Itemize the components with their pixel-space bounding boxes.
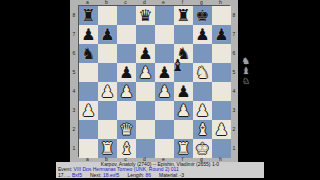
square-h4 — [212, 82, 231, 101]
rank-label-8: 8 — [231, 12, 237, 18]
black-pawn-h7: ♟ — [212, 25, 231, 44]
square-a2 — [79, 120, 98, 139]
square-g6 — [193, 44, 212, 63]
square-h2: ♟ — [212, 120, 231, 139]
black-pawn-d6: ♟ — [136, 44, 155, 63]
rank-labels-left: 87654321 — [71, 5, 77, 157]
captured-pieces-tray: ♞♝♘ — [240, 56, 252, 86]
event-label: Event: — [58, 167, 72, 172]
square-b7: ♟ — [98, 25, 117, 44]
captured-black-bishop-icon: ♝ — [242, 66, 250, 76]
square-b4: ♟ — [98, 82, 117, 101]
game-length: Length: 86 — [127, 173, 151, 178]
square-g8: ♚ — [193, 6, 212, 25]
white-rook-f1: ♜ — [174, 139, 193, 158]
white-pawn-h2: ♟ — [212, 120, 231, 139]
video-frame: abcdefgh 87654321 ♜♛♜♚♟♟♟♟♞♟♞♟♟♟♞♟♟♟♟♟♟♟… — [0, 0, 320, 180]
square-d6: ♟ — [136, 44, 155, 63]
event-value: VIII Dos Hermanas Torneo (UNK, Round 2) … — [74, 167, 179, 172]
white-queen-c2: ♛ — [117, 120, 136, 139]
white-pawn-c4: ♟ — [117, 82, 136, 101]
square-c4: ♟ — [117, 82, 136, 101]
square-h3 — [212, 101, 231, 120]
square-c6 — [117, 44, 136, 63]
square-e8 — [155, 6, 174, 25]
square-f2 — [174, 120, 193, 139]
square-f4: ♟ — [174, 82, 193, 101]
square-a6: ♞ — [79, 44, 98, 63]
rank-label-6: 6 — [231, 50, 237, 56]
rank-label-5: 5 — [71, 69, 77, 75]
rank-label-2: 2 — [71, 126, 77, 132]
square-h8 — [212, 6, 231, 25]
rank-label-4: 4 — [231, 88, 237, 94]
square-f7 — [174, 25, 193, 44]
black-pawn-b7: ♟ — [98, 25, 117, 44]
square-b5 — [98, 63, 117, 82]
rank-label-4: 4 — [71, 88, 77, 94]
square-g5: ♞ — [193, 63, 212, 82]
black-bishop-moving-e6xf5: ♝ — [168, 56, 187, 75]
square-f1: ♜ — [174, 139, 193, 158]
rank-label-1: 1 — [71, 145, 77, 151]
black-pawn-g7: ♟ — [193, 25, 212, 44]
square-e3 — [155, 101, 174, 120]
square-c5: ♟ — [117, 63, 136, 82]
rank-label-5: 5 — [231, 69, 237, 75]
white-pawn-f3: ♟ — [174, 101, 193, 120]
square-b3 — [98, 101, 117, 120]
square-a5 — [79, 63, 98, 82]
moves-line: 17. ... Bxf5 Next: 18.exf5 Length: 86 Ma… — [56, 173, 264, 178]
square-g4 — [193, 82, 212, 101]
square-d8: ♛ — [136, 6, 155, 25]
square-d2 — [136, 120, 155, 139]
white-knight-g5: ♞ — [193, 63, 212, 82]
square-a4 — [79, 82, 98, 101]
rank-label-8: 8 — [71, 12, 77, 18]
last-move: 17. ... Bxf5 — [58, 173, 82, 178]
rank-label-3: 3 — [231, 107, 237, 113]
white-bishop-g2: ♝ — [193, 120, 212, 139]
square-a8: ♜ — [79, 6, 98, 25]
square-b6 — [98, 44, 117, 63]
square-h7: ♟ — [212, 25, 231, 44]
white-pawn-g3: ♟ — [193, 101, 212, 120]
square-h5 — [212, 63, 231, 82]
rank-labels-right: 87654321 — [231, 5, 237, 157]
square-a7: ♟ — [79, 25, 98, 44]
square-c7 — [117, 25, 136, 44]
white-pawn-e4: ♟ — [155, 82, 174, 101]
square-e2 — [155, 120, 174, 139]
square-b2 — [98, 120, 117, 139]
black-pawn-a7: ♟ — [79, 25, 98, 44]
black-knight-a6: ♞ — [79, 44, 98, 63]
next-move: Next: 18.exf5 — [90, 173, 119, 178]
square-g7: ♟ — [193, 25, 212, 44]
rank-label-7: 7 — [71, 31, 77, 37]
rank-label-7: 7 — [231, 31, 237, 37]
square-f8: ♜ — [174, 6, 193, 25]
square-d4 — [136, 82, 155, 101]
black-queen-d8: ♛ — [136, 6, 155, 25]
square-d5: ♟ — [136, 63, 155, 82]
rank-label-1: 1 — [231, 145, 237, 151]
captured-white-knight-icon: ♘ — [242, 76, 250, 86]
white-pawn-d5: ♟ — [136, 63, 155, 82]
rank-label-2: 2 — [231, 126, 237, 132]
black-pawn-f4: ♟ — [174, 82, 193, 101]
square-c2: ♛ — [117, 120, 136, 139]
square-d7 — [136, 25, 155, 44]
material-balance: Material: -3 — [159, 173, 184, 178]
black-king-g8: ♚ — [193, 6, 212, 25]
square-d3 — [136, 101, 155, 120]
square-b8 — [98, 6, 117, 25]
square-a3: ♟ — [79, 101, 98, 120]
white-pawn-b4: ♟ — [98, 82, 117, 101]
white-pawn-a3: ♟ — [79, 101, 98, 120]
board-panel: abcdefgh 87654321 ♜♛♜♚♟♟♟♟♞♟♞♟♟♟♞♟♟♟♟♟♟♟… — [70, 0, 238, 162]
square-h6 — [212, 44, 231, 63]
square-g2: ♝ — [193, 120, 212, 139]
rank-label-3: 3 — [71, 107, 77, 113]
square-e4: ♟ — [155, 82, 174, 101]
chess-board: ♜♛♜♚♟♟♟♟♞♟♞♟♟♟♞♟♟♟♟♟♟♟♛♝♟♜♝♜♚♝ — [78, 5, 230, 157]
caption-panel: Karpov, Anatoly (2740) -- Epishin, Vladi… — [56, 162, 264, 178]
rank-label-6: 6 — [71, 50, 77, 56]
square-g3: ♟ — [193, 101, 212, 120]
square-c3 — [117, 101, 136, 120]
square-f3: ♟ — [174, 101, 193, 120]
black-pawn-c5: ♟ — [117, 63, 136, 82]
black-rook-a8: ♜ — [79, 6, 98, 25]
captured-black-knight-icon: ♞ — [242, 56, 250, 66]
square-e7 — [155, 25, 174, 44]
square-c8 — [117, 6, 136, 25]
black-rook-f8: ♜ — [174, 6, 193, 25]
